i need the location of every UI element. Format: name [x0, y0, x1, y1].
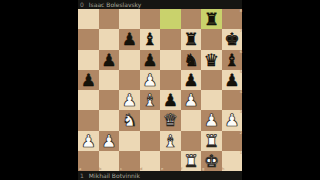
square-g8[interactable]: ♜: [201, 9, 222, 29]
square-h8[interactable]: 8: [222, 9, 243, 29]
coord-rank-5: 5: [240, 70, 242, 74]
square-c2[interactable]: [119, 131, 140, 151]
square-d6[interactable]: ♟: [140, 50, 161, 70]
square-c3[interactable]: ♞: [119, 110, 140, 130]
square-g4[interactable]: [201, 90, 222, 110]
chess-app: 0 Isaac Boleslavsky ♜8♟♝♜7♚♟♟♞♛6♝♟♟♟5♟♟♝…: [0, 0, 320, 180]
piece-wP-g3[interactable]: ♟: [204, 110, 219, 130]
piece-bB-h6[interactable]: ♝: [224, 50, 239, 70]
black-player-name: Isaac Boleslavsky: [89, 2, 142, 8]
piece-bP-a5[interactable]: ♟: [81, 70, 96, 90]
piece-bP-d6[interactable]: ♟: [142, 50, 157, 70]
square-f8[interactable]: [181, 9, 202, 29]
coord-rank-3: 3: [240, 110, 242, 114]
square-c8[interactable]: [119, 9, 140, 29]
square-g5[interactable]: [201, 70, 222, 90]
square-g1[interactable]: g♚: [201, 151, 222, 171]
square-f5[interactable]: ♟: [181, 70, 202, 90]
square-h6[interactable]: 6♝: [222, 50, 243, 70]
piece-wP-h3[interactable]: ♟: [224, 110, 239, 130]
white-player-score: 1: [80, 173, 84, 179]
square-f2[interactable]: [181, 131, 202, 151]
piece-bP-e4[interactable]: ♟: [163, 90, 178, 110]
square-d3[interactable]: [140, 110, 161, 130]
square-d8[interactable]: [140, 9, 161, 29]
piece-bR-f7[interactable]: ♜: [183, 29, 198, 49]
square-e2[interactable]: ♝: [160, 131, 181, 151]
piece-bP-b6[interactable]: ♟: [101, 50, 116, 70]
coord-rank-2: 2: [240, 131, 242, 135]
square-e8[interactable]: [160, 9, 181, 29]
square-e7[interactable]: [160, 29, 181, 49]
piece-wB-e2[interactable]: ♝: [163, 131, 178, 151]
square-a7[interactable]: [78, 29, 99, 49]
piece-bP-f5[interactable]: ♟: [183, 70, 198, 90]
square-h1[interactable]: 1h: [222, 151, 243, 171]
player-bar-white: 1 Mikhail Botvinnik: [78, 171, 242, 180]
chess-board: ♜8♟♝♜7♚♟♟♞♛6♝♟♟♟5♟♟♝♟♟4♞♛♟3♟♟♟♝♜2abcdef♜…: [78, 9, 242, 171]
square-c7[interactable]: ♟: [119, 29, 140, 49]
player-bar-black: 0 Isaac Boleslavsky: [78, 0, 242, 9]
square-e1[interactable]: e: [160, 151, 181, 171]
piece-bQ-g6[interactable]: ♛: [204, 50, 219, 70]
piece-wP-b2[interactable]: ♟: [101, 131, 116, 151]
piece-bK-h7[interactable]: ♚: [224, 29, 239, 49]
square-b4[interactable]: [99, 90, 120, 110]
piece-wR-f1[interactable]: ♜: [183, 151, 198, 171]
square-f4[interactable]: ♟: [181, 90, 202, 110]
square-b1[interactable]: b: [99, 151, 120, 171]
square-c6[interactable]: [119, 50, 140, 70]
coord-file-c: c: [120, 167, 122, 171]
square-c5[interactable]: [119, 70, 140, 90]
coord-file-d: d: [140, 167, 142, 171]
piece-wN-c3[interactable]: ♞: [122, 110, 137, 130]
piece-bP-c7[interactable]: ♟: [122, 29, 137, 49]
square-a6[interactable]: [78, 50, 99, 70]
black-player-score: 0: [80, 2, 84, 8]
piece-bP-h5[interactable]: ♟: [224, 70, 239, 90]
square-e4[interactable]: ♟: [160, 90, 181, 110]
square-a2[interactable]: ♟: [78, 131, 99, 151]
square-h2[interactable]: 2: [222, 131, 243, 151]
square-b2[interactable]: ♟: [99, 131, 120, 151]
square-d1[interactable]: d: [140, 151, 161, 171]
piece-wB-d4[interactable]: ♝: [142, 90, 157, 110]
piece-wK-g1[interactable]: ♚: [204, 151, 219, 171]
coord-file-f: f: [181, 167, 182, 171]
square-e6[interactable]: [160, 50, 181, 70]
piece-bR-g8[interactable]: ♜: [204, 9, 219, 29]
square-f6[interactable]: ♞: [181, 50, 202, 70]
coord-file-a: a: [79, 167, 81, 171]
square-g6[interactable]: ♛: [201, 50, 222, 70]
square-e3[interactable]: ♛: [160, 110, 181, 130]
square-a1[interactable]: a: [78, 151, 99, 171]
square-b5[interactable]: [99, 70, 120, 90]
piece-wP-d5[interactable]: ♟: [142, 70, 157, 90]
square-h4[interactable]: 4: [222, 90, 243, 110]
piece-wP-c4[interactable]: ♟: [122, 90, 137, 110]
square-b3[interactable]: [99, 110, 120, 130]
square-f3[interactable]: [181, 110, 202, 130]
piece-bN-f6[interactable]: ♞: [183, 50, 198, 70]
square-g2[interactable]: ♜: [201, 131, 222, 151]
coord-rank-7: 7: [240, 29, 242, 33]
coord-rank-1: 1: [240, 151, 242, 155]
piece-wP-f4[interactable]: ♟: [183, 90, 198, 110]
square-d5[interactable]: ♟: [140, 70, 161, 90]
piece-wP-a2[interactable]: ♟: [81, 131, 96, 151]
coord-rank-6: 6: [240, 50, 242, 54]
square-b7[interactable]: [99, 29, 120, 49]
coord-rank-4: 4: [240, 90, 242, 94]
square-f7[interactable]: ♜: [181, 29, 202, 49]
white-player-name: Mikhail Botvinnik: [89, 173, 140, 179]
square-e5[interactable]: [160, 70, 181, 90]
square-a3[interactable]: [78, 110, 99, 130]
coord-rank-8: 8: [240, 9, 242, 13]
square-f1[interactable]: f♜: [181, 151, 202, 171]
square-g3[interactable]: ♟: [201, 110, 222, 130]
square-b8[interactable]: [99, 9, 120, 29]
square-d2[interactable]: [140, 131, 161, 151]
square-b6[interactable]: ♟: [99, 50, 120, 70]
square-a5[interactable]: ♟: [78, 70, 99, 90]
coord-file-h: h: [222, 167, 224, 171]
piece-wR-g2[interactable]: ♜: [204, 131, 219, 151]
square-a8[interactable]: [78, 9, 99, 29]
square-d7[interactable]: ♝: [140, 29, 161, 49]
square-d4[interactable]: ♝: [140, 90, 161, 110]
piece-wQ-e3[interactable]: ♛: [163, 110, 178, 130]
square-g7[interactable]: [201, 29, 222, 49]
square-h7[interactable]: 7♚: [222, 29, 243, 49]
square-c4[interactable]: ♟: [119, 90, 140, 110]
coord-file-b: b: [99, 167, 101, 171]
coord-file-e: e: [161, 167, 163, 171]
square-h5[interactable]: 5♟: [222, 70, 243, 90]
square-c1[interactable]: c: [119, 151, 140, 171]
square-h3[interactable]: 3♟: [222, 110, 243, 130]
piece-bB-d7[interactable]: ♝: [142, 29, 157, 49]
square-a4[interactable]: [78, 90, 99, 110]
